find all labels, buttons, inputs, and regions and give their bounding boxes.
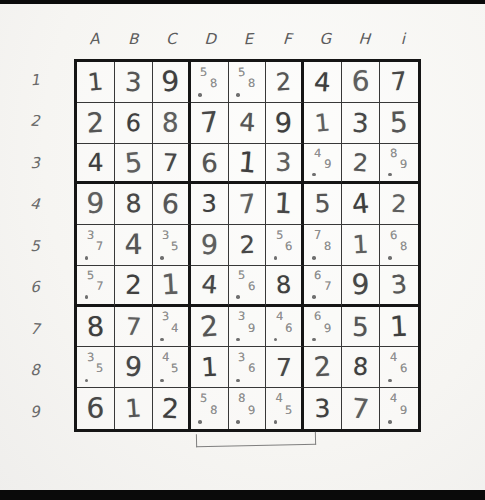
col-label-E: E: [229, 25, 268, 52]
cell-C4: 6: [153, 184, 191, 225]
cell-B6: 2: [115, 266, 153, 307]
pencil-mark: 9: [400, 404, 408, 416]
cell-F5: 56: [266, 225, 304, 266]
pencil-mark: 8: [248, 78, 256, 90]
solved-digit: 3: [379, 264, 420, 305]
pencil-mark: 4: [276, 393, 283, 405]
solved-digit: 6: [151, 183, 189, 225]
cell-C5: 35: [153, 225, 191, 266]
cell-H4: 4: [342, 184, 380, 225]
cell-H8: 8: [342, 347, 380, 388]
pencil-mark: 7: [323, 281, 331, 293]
cell-H6: 9: [342, 266, 380, 307]
cell-G5: 78: [304, 225, 342, 266]
pencil-mark: 9: [400, 159, 408, 171]
pencil-mark: 6: [247, 281, 255, 293]
cell-H1: 6: [342, 62, 380, 103]
cell-C7: 34: [153, 307, 191, 348]
pencil-dot: [274, 338, 278, 342]
solved-digit: 1: [152, 265, 189, 305]
solved-digit: 2: [265, 61, 302, 103]
cell-C1: 9: [153, 62, 191, 103]
cell-I6: 3: [380, 266, 418, 307]
cell-F7: 46: [266, 307, 304, 348]
pencil-mark: 6: [314, 311, 322, 323]
cell-G4: 5: [304, 184, 342, 225]
cell-A9: 6: [77, 388, 115, 429]
cell-D8: 1: [191, 347, 229, 388]
pencil-mark: 5: [284, 404, 292, 416]
pencil-mark: 4: [390, 352, 398, 364]
solved-digit: 7: [189, 102, 229, 144]
cell-G9: 3: [304, 388, 342, 429]
pencil-mark: 6: [284, 241, 292, 253]
solved-digit: 8: [265, 265, 302, 305]
solved-digit: 5: [304, 184, 342, 224]
cell-G6: 67: [304, 266, 342, 307]
solved-digit: 6: [190, 143, 228, 182]
pencil-mark: 3: [238, 311, 246, 323]
pencil-mark: 6: [314, 270, 322, 282]
pencil-mark: 9: [248, 322, 256, 334]
pencil-dot: [85, 256, 89, 260]
pencil-dot: [236, 338, 240, 342]
solved-digit: 9: [266, 102, 302, 142]
row-label-8: 8: [12, 349, 58, 390]
row-label-1: 1: [10, 57, 59, 102]
solved-digit: 1: [341, 224, 380, 266]
solved-digit: 1: [303, 101, 343, 144]
cell-C2: 8: [153, 103, 191, 144]
cell-A4: 9: [77, 184, 115, 225]
pencil-mark: 4: [314, 148, 322, 160]
cell-D4: 3: [191, 184, 229, 225]
pencil-mark: 9: [247, 404, 255, 416]
pencil-dot: [236, 420, 240, 424]
cell-E7: 39: [229, 307, 267, 348]
cell-G3: 49: [304, 144, 342, 185]
cell-D6: 4: [191, 266, 229, 307]
solved-digit: 8: [153, 103, 188, 143]
pencil-mark: 5: [171, 241, 179, 253]
cell-C3: 7: [153, 144, 191, 185]
paper-sudoku-photo: ABCDEFGHi 123456789 13958582467268749135…: [0, 0, 485, 500]
pencil-dot: [388, 256, 392, 260]
cell-H5: 1: [342, 225, 380, 266]
cell-H9: 7: [342, 388, 380, 429]
cell-G8: 2: [304, 347, 342, 388]
cell-E6: 56: [229, 266, 267, 307]
solved-digit: 5: [342, 306, 380, 346]
pencil-dot: [236, 93, 240, 97]
cell-A6: 57: [77, 266, 115, 307]
solved-digit: 8: [76, 305, 116, 347]
photo-bottom-border: [0, 490, 485, 500]
cell-D5: 9: [191, 225, 229, 266]
cell-B4: 8: [115, 184, 153, 225]
solved-digit: 4: [303, 61, 343, 103]
cell-B9: 1: [115, 388, 153, 429]
pencil-mark: 5: [275, 230, 283, 242]
pencil-mark: 6: [390, 230, 398, 242]
pencil-dot: [312, 338, 316, 342]
solved-digit: 3: [266, 143, 302, 181]
solved-digit: 1: [265, 183, 302, 225]
cell-B7: 7: [115, 307, 153, 348]
solved-digit: 7: [114, 306, 153, 348]
pencil-mark: 8: [390, 148, 398, 160]
cell-E9: 89: [229, 388, 267, 429]
solved-digit: 7: [379, 61, 420, 103]
solved-digit: 2: [379, 184, 418, 225]
solved-digit: 5: [379, 102, 418, 143]
solved-digit: 2: [152, 387, 189, 430]
cell-B2: 6: [115, 103, 153, 144]
cell-A3: 4: [77, 144, 115, 185]
pencil-dot: [274, 256, 278, 260]
solved-digit: 6: [342, 62, 379, 102]
pencil-dot: [388, 173, 392, 177]
solved-digit: 9: [113, 346, 153, 389]
solved-digit: 9: [77, 184, 115, 224]
row-label-9: 9: [11, 389, 60, 434]
solved-digit: 1: [190, 346, 229, 388]
pencil-mark: 4: [162, 352, 170, 364]
solved-digit: 6: [114, 102, 154, 144]
cell-E2: 4: [229, 103, 267, 144]
col-label-A: A: [74, 25, 114, 54]
solved-digit: 7: [227, 183, 267, 225]
row-label-3: 3: [11, 141, 58, 184]
pencil-mark: 9: [323, 159, 331, 171]
solved-digit: 2: [303, 346, 343, 388]
cell-I8: 46: [380, 347, 418, 388]
solved-digit: 4: [189, 265, 228, 305]
cell-E1: 58: [229, 62, 267, 103]
cell-G1: 4: [304, 62, 342, 103]
pencil-mark: 5: [200, 393, 208, 405]
cell-F8: 7: [266, 347, 304, 388]
solved-digit: 3: [191, 184, 228, 224]
solved-digit: 7: [152, 143, 188, 182]
col-label-B: B: [113, 26, 152, 53]
row-label-7: 7: [11, 306, 60, 351]
solved-digit: 8: [114, 183, 153, 225]
pencil-mark: 7: [96, 281, 104, 293]
cell-I2: 5: [380, 103, 418, 144]
pencil-mark: 8: [210, 404, 218, 416]
pencil-mark: 5: [238, 67, 246, 79]
col-label-C: C: [151, 25, 191, 53]
pencil-dot: [312, 295, 316, 299]
pencil-mark: 8: [399, 241, 407, 253]
solved-digit: 4: [115, 225, 153, 265]
pencil-dot: [198, 93, 202, 97]
pencil-mark: 8: [238, 393, 246, 405]
cell-H3: 2: [342, 144, 380, 185]
cell-I7: 1: [380, 307, 418, 348]
cell-G7: 69: [304, 307, 342, 348]
cell-H7: 5: [342, 307, 380, 348]
cell-A2: 2: [77, 103, 115, 144]
pencil-mark: 7: [314, 230, 321, 242]
solved-digit: 2: [341, 142, 380, 182]
pencil-mark: 6: [248, 363, 256, 375]
cell-I3: 89: [380, 144, 418, 185]
row-label-5: 5: [12, 224, 59, 266]
pencil-mark: 6: [284, 322, 292, 334]
cell-A8: 35: [77, 347, 115, 388]
cell-I4: 2: [380, 184, 418, 225]
pencil-dot: [388, 379, 392, 383]
bracket-annotation: [196, 432, 316, 448]
cell-D3: 6: [191, 144, 229, 185]
solved-digit: 2: [115, 266, 153, 304]
cell-G2: 1: [304, 103, 342, 144]
pencil-dot: [236, 379, 240, 383]
cell-B3: 5: [115, 144, 153, 185]
col-label-G: G: [306, 26, 345, 53]
pencil-mark: 7: [96, 241, 104, 253]
cell-F6: 8: [266, 266, 304, 307]
solved-digit: 8: [341, 346, 380, 388]
pencil-dot: [160, 379, 164, 383]
pencil-dot: [160, 338, 164, 342]
pencil-mark: 3: [238, 352, 246, 364]
pencil-mark: 9: [323, 322, 331, 334]
cell-H2: 3: [342, 103, 380, 144]
solved-digit: 2: [228, 224, 266, 265]
cell-I9: 49: [380, 388, 418, 429]
pencil-mark: 8: [209, 78, 217, 90]
column-labels: ABCDEFGHi: [75, 26, 422, 52]
solved-digit: 2: [189, 305, 229, 348]
cell-B1: 3: [115, 62, 153, 103]
solved-digit: 7: [266, 347, 301, 387]
cell-A5: 37: [77, 225, 115, 266]
pencil-dot: [85, 295, 89, 299]
solved-digit: 3: [304, 388, 342, 430]
pencil-dot: [312, 256, 316, 260]
cell-B5: 4: [115, 225, 153, 266]
cell-I5: 68: [380, 225, 418, 266]
pencil-dot: [388, 420, 392, 424]
pencil-mark: 5: [96, 363, 104, 375]
pencil-dot: [274, 420, 278, 424]
cell-F1: 2: [266, 62, 304, 103]
solved-digit: 9: [190, 224, 228, 265]
solved-digit: 9: [342, 266, 380, 304]
cell-F4: 1: [266, 184, 304, 225]
row-label-4: 4: [10, 181, 59, 226]
solved-digit: 1: [113, 387, 153, 430]
cell-C9: 2: [153, 388, 191, 429]
cell-C6: 1: [153, 266, 191, 307]
solved-digit: 4: [228, 102, 267, 144]
cell-D9: 58: [191, 388, 229, 429]
solved-digit: 4: [341, 183, 381, 226]
pencil-mark: 6: [399, 363, 407, 375]
cell-B8: 9: [115, 347, 153, 388]
pencil-dot: [198, 420, 202, 424]
photo-top-border: [0, 0, 485, 4]
cell-E3: 1: [229, 144, 267, 185]
cell-E5: 2: [229, 225, 267, 266]
cell-F2: 9: [266, 103, 304, 144]
cell-F9: 45: [266, 388, 304, 429]
sudoku-grid: 1395858246726874913545761349289986371542…: [74, 59, 421, 432]
pencil-mark: 5: [238, 270, 246, 282]
pencil-dot: [312, 173, 316, 177]
col-label-F: F: [267, 25, 307, 53]
pencil-mark: 3: [86, 230, 94, 242]
col-label-I: i: [383, 26, 422, 52]
cell-C8: 45: [153, 347, 191, 388]
solved-digit: 1: [75, 60, 115, 103]
solved-digit: 6: [77, 388, 114, 429]
pencil-mark: 5: [86, 270, 94, 282]
cell-I1: 7: [380, 62, 418, 103]
solved-digit: 7: [341, 387, 381, 431]
cell-E8: 36: [229, 347, 267, 388]
pencil-mark: 4: [171, 322, 179, 334]
solved-digit: 3: [114, 61, 152, 102]
solved-digit: 9: [152, 61, 188, 102]
solved-digit: 1: [379, 306, 419, 348]
cell-A7: 8: [77, 307, 115, 348]
pencil-mark: 5: [200, 67, 208, 79]
row-labels: 123456789: [12, 59, 58, 432]
cell-F3: 3: [266, 144, 304, 185]
col-label-H: H: [344, 25, 384, 54]
row-label-6: 6: [11, 265, 59, 309]
pencil-mark: 5: [171, 363, 179, 375]
cell-E4: 7: [229, 184, 267, 225]
pencil-dot: [160, 256, 164, 260]
cell-D2: 7: [191, 103, 229, 144]
cell-A1: 1: [77, 62, 115, 103]
pencil-mark: 8: [323, 241, 331, 253]
pencil-mark: 4: [390, 393, 398, 405]
solved-digit: 1: [227, 142, 267, 183]
solved-digit: 2: [76, 102, 115, 144]
row-label-2: 2: [11, 100, 58, 143]
pencil-mark: 4: [275, 311, 283, 323]
pencil-dot: [236, 295, 240, 299]
cell-D1: 58: [191, 62, 229, 103]
solved-digit: 3: [342, 102, 380, 143]
cell-D7: 2: [191, 307, 229, 348]
pencil-mark: 3: [162, 311, 170, 323]
solved-digit: 5: [113, 142, 153, 183]
solved-digit: 4: [77, 143, 115, 181]
pencil-mark: 3: [162, 230, 170, 242]
col-label-D: D: [190, 25, 229, 52]
pencil-dot: [85, 379, 89, 383]
pencil-mark: 3: [86, 352, 94, 364]
